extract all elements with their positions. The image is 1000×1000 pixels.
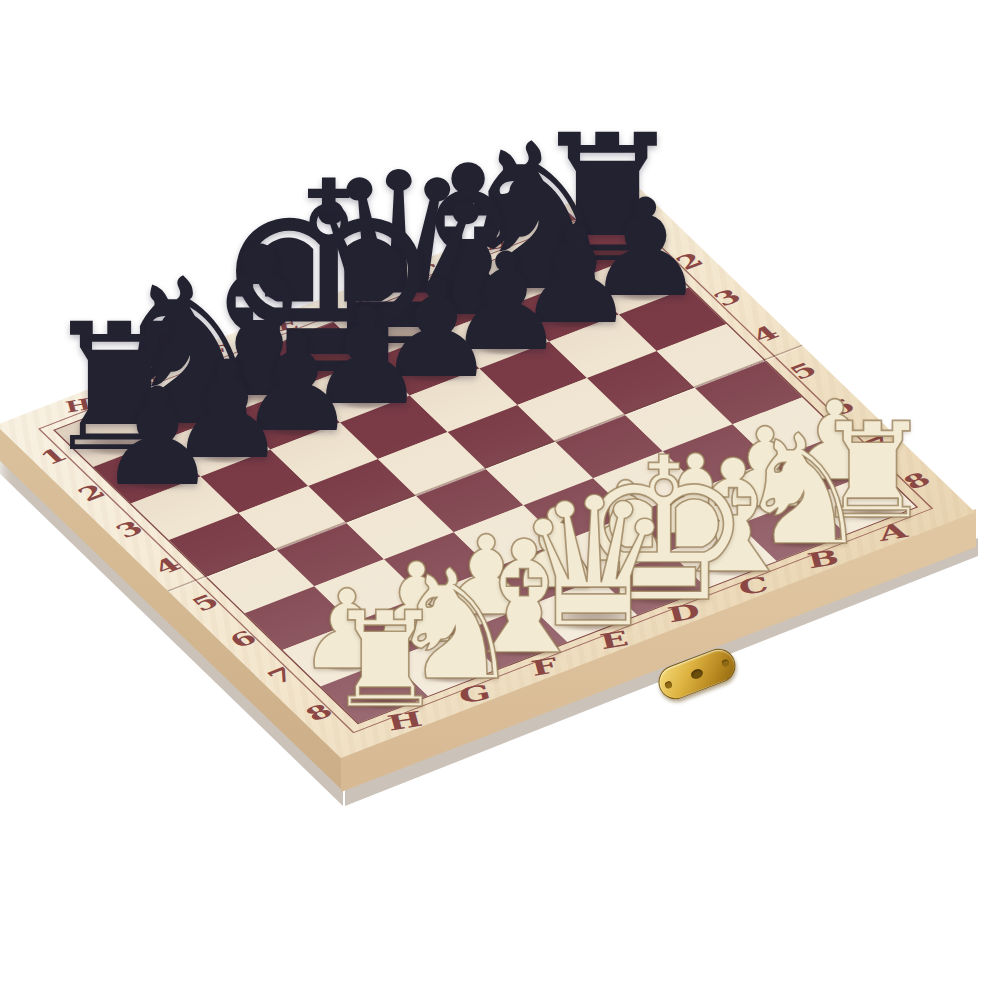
rank-label-left-6: 6 — [225, 628, 261, 651]
rank-label-left-3: 3 — [112, 518, 148, 541]
piece-black-pawn-h2[interactable]: ♟ — [97, 371, 218, 506]
rank-label-left-4: 4 — [149, 555, 185, 578]
piece-white-rook-h8[interactable]: ♜ — [326, 593, 444, 725]
rank-label-right-4: 4 — [747, 323, 783, 346]
chess-set-photo: 1122334455667788HHGGFFEEDDCCBBAA ♜♞♝♛♚♝♞… — [0, 0, 1000, 1000]
rank-label-left-7: 7 — [263, 664, 299, 687]
rank-label-right-3: 3 — [710, 286, 746, 309]
rank-label-left-5: 5 — [187, 591, 223, 614]
